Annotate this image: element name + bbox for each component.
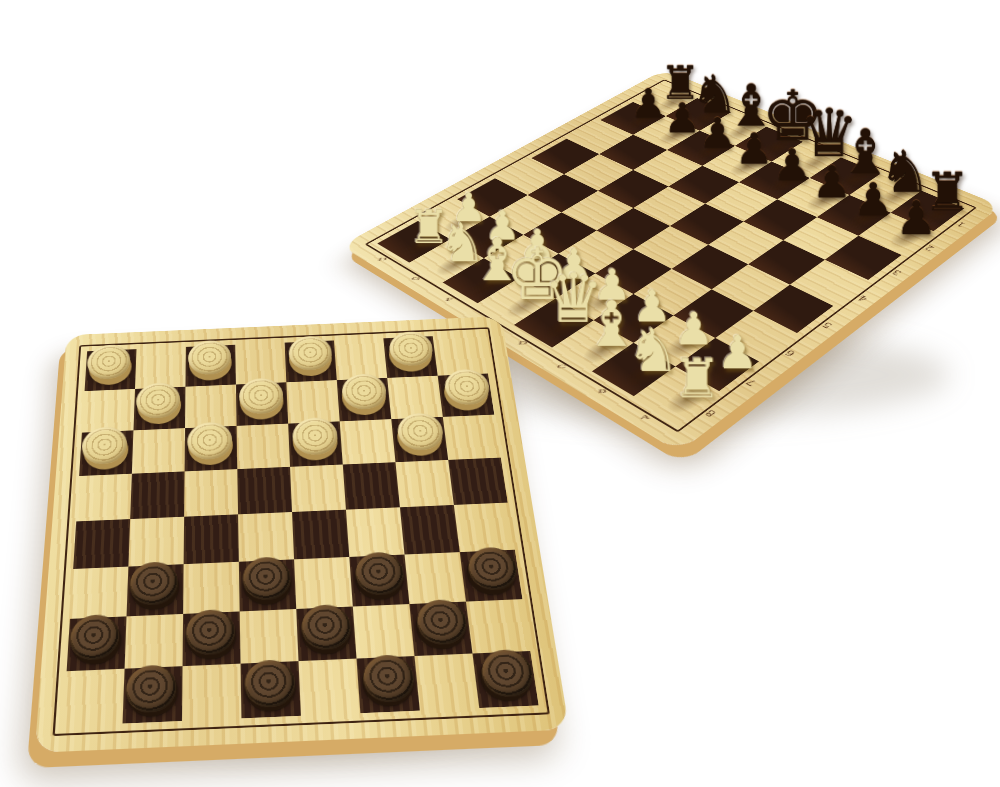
checkers-square-r2c2 (133, 387, 185, 431)
checkers-square-r1c6 (334, 338, 387, 380)
checkers-board-slab (35, 316, 570, 753)
rook-glyph: ♜ (666, 351, 727, 405)
product-photo-scene: H8G7F6E5D4C3B2A1 ♜♞♝♛♚♝♞♜♟♟♟♟♟♟♟♟♟♟♟♟♟♟♟… (0, 0, 1000, 787)
checkers-square-r3c1 (79, 430, 133, 476)
checkers-square-r1c5 (285, 341, 337, 383)
checkers-square-r4c3 (184, 469, 238, 517)
checkers-square-r1c8 (433, 334, 488, 376)
pawn-glyph: ♟ (889, 196, 943, 242)
checkers-square-r1c3 (185, 345, 235, 387)
checker-piece-dark (131, 568, 180, 612)
checker-piece-dark (477, 655, 533, 704)
checkers-square-r3c5 (288, 421, 343, 466)
checkers-square-r3c3 (185, 426, 238, 472)
checkers-square-r2c5 (286, 380, 339, 424)
checker-piece-dark (414, 606, 468, 652)
checkers-square-r3c2 (132, 428, 185, 474)
checkers-square-r3c4 (237, 424, 290, 469)
checkers-square-r4c8 (448, 458, 508, 505)
checkers-board (35, 316, 570, 753)
checkers-square-r4c5 (290, 465, 346, 512)
checker-piece-dark (301, 610, 352, 656)
checkers-square-r2c8 (438, 373, 495, 416)
checkers-square-r2c1 (82, 389, 135, 433)
checkers-square-r4c6 (343, 462, 400, 509)
checkers-square-r1c1 (85, 349, 137, 391)
checker-piece-dark (127, 670, 178, 719)
checker-piece-dark (71, 620, 122, 667)
checkers-square-r2c3 (185, 384, 237, 428)
checkers-square-r3c6 (340, 419, 396, 464)
checkers-square-r4c1 (76, 474, 132, 522)
checkers-square-r1c7 (383, 336, 437, 378)
checkers-square-r3c7 (391, 417, 448, 462)
checkers-square-r4c2 (130, 471, 184, 519)
checkers-square-r2c6 (337, 378, 391, 421)
checker-piece-dark (464, 553, 517, 597)
checkers-square-r2c4 (236, 382, 288, 426)
checker-piece-dark (187, 615, 236, 662)
checkers-square-r4c7 (395, 460, 453, 507)
checker-piece-dark (245, 665, 296, 714)
checker-piece-dark (354, 558, 405, 602)
checker-piece-dark (361, 660, 415, 709)
checker-piece-dark (243, 563, 292, 607)
checkers-square-r2c7 (387, 376, 443, 419)
checkers-square-r3c8 (443, 415, 501, 460)
checkers-square-r4c4 (237, 467, 292, 515)
checkers-square-r1c2 (135, 347, 186, 389)
checkers-square-r1c4 (235, 343, 286, 385)
